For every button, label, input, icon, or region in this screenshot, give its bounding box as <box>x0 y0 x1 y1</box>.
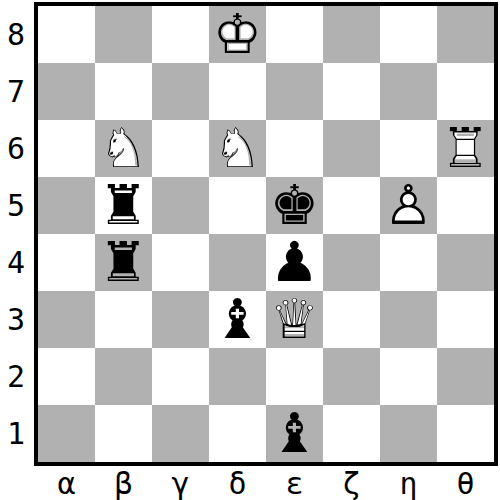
square-b4[interactable]: ♜ <box>95 234 152 291</box>
square-g8[interactable] <box>380 6 437 63</box>
square-d4[interactable] <box>209 234 266 291</box>
white-knight[interactable]: ♞♘ <box>209 120 266 177</box>
piece-outline: ♕ <box>266 291 323 348</box>
square-e4[interactable]: ♟ <box>266 234 323 291</box>
square-c1[interactable] <box>152 405 209 462</box>
white-knight[interactable]: ♞♘ <box>95 120 152 177</box>
square-b7[interactable] <box>95 63 152 120</box>
chess-diagram: 87654321 ♚♔♞♘♞♘♜♖♜♚♟♙♜♟♝♛♕♝ αβγδεζηθ <box>0 0 500 500</box>
square-e7[interactable] <box>266 63 323 120</box>
file-label-a: α <box>38 466 95 500</box>
square-h6[interactable]: ♜♖ <box>437 120 494 177</box>
square-h7[interactable] <box>437 63 494 120</box>
square-a1[interactable] <box>38 405 95 462</box>
file-label-b: β <box>95 466 152 500</box>
black-bishop[interactable]: ♝ <box>266 405 323 462</box>
rank-label-8: 8 <box>0 6 32 63</box>
square-f5[interactable] <box>323 177 380 234</box>
square-f4[interactable] <box>323 234 380 291</box>
piece-glyph: ♚ <box>266 177 323 234</box>
rank-label-5: 5 <box>0 177 32 234</box>
square-c6[interactable] <box>152 120 209 177</box>
square-h8[interactable] <box>437 6 494 63</box>
square-f6[interactable] <box>323 120 380 177</box>
piece-glyph: ♟ <box>266 234 323 291</box>
piece-outline: ♘ <box>209 120 266 177</box>
piece-glyph: ♜ <box>95 177 152 234</box>
white-queen[interactable]: ♛♕ <box>266 291 323 348</box>
piece-glyph: ♜ <box>95 234 152 291</box>
square-c5[interactable] <box>152 177 209 234</box>
black-bishop[interactable]: ♝ <box>209 291 266 348</box>
square-a8[interactable] <box>38 6 95 63</box>
square-a5[interactable] <box>38 177 95 234</box>
square-e2[interactable] <box>266 348 323 405</box>
rank-label-4: 4 <box>0 234 32 291</box>
board: ♚♔♞♘♞♘♜♖♜♚♟♙♜♟♝♛♕♝ <box>34 2 498 466</box>
square-g3[interactable] <box>380 291 437 348</box>
square-b2[interactable] <box>95 348 152 405</box>
square-g5[interactable]: ♟♙ <box>380 177 437 234</box>
rank-label-7: 7 <box>0 63 32 120</box>
piece-outline: ♔ <box>209 6 266 63</box>
file-label-d: δ <box>209 466 266 500</box>
square-c4[interactable] <box>152 234 209 291</box>
square-b8[interactable] <box>95 6 152 63</box>
square-g1[interactable] <box>380 405 437 462</box>
square-f1[interactable] <box>323 405 380 462</box>
square-h1[interactable] <box>437 405 494 462</box>
square-g4[interactable] <box>380 234 437 291</box>
square-b3[interactable] <box>95 291 152 348</box>
piece-glyph: ♝ <box>209 291 266 348</box>
square-d7[interactable] <box>209 63 266 120</box>
square-a4[interactable] <box>38 234 95 291</box>
file-labels: αβγδεζηθ <box>38 466 494 498</box>
square-d3[interactable]: ♝ <box>209 291 266 348</box>
square-c2[interactable] <box>152 348 209 405</box>
square-e8[interactable] <box>266 6 323 63</box>
rank-label-6: 6 <box>0 120 32 177</box>
file-label-g: η <box>380 466 437 500</box>
square-c8[interactable] <box>152 6 209 63</box>
square-b1[interactable] <box>95 405 152 462</box>
square-d8[interactable]: ♚♔ <box>209 6 266 63</box>
square-f8[interactable] <box>323 6 380 63</box>
white-rook[interactable]: ♜♖ <box>437 120 494 177</box>
piece-outline: ♙ <box>380 177 437 234</box>
square-g7[interactable] <box>380 63 437 120</box>
square-a3[interactable] <box>38 291 95 348</box>
white-pawn[interactable]: ♟♙ <box>380 177 437 234</box>
file-label-c: γ <box>152 466 209 500</box>
black-king[interactable]: ♚ <box>266 177 323 234</box>
square-h4[interactable] <box>437 234 494 291</box>
file-label-h: θ <box>437 466 494 500</box>
square-g2[interactable] <box>380 348 437 405</box>
square-h5[interactable] <box>437 177 494 234</box>
square-a6[interactable] <box>38 120 95 177</box>
square-e1[interactable]: ♝ <box>266 405 323 462</box>
square-h2[interactable] <box>437 348 494 405</box>
piece-glyph: ♝ <box>266 405 323 462</box>
square-h3[interactable] <box>437 291 494 348</box>
black-pawn[interactable]: ♟ <box>266 234 323 291</box>
square-c7[interactable] <box>152 63 209 120</box>
square-b6[interactable]: ♞♘ <box>95 120 152 177</box>
square-d6[interactable]: ♞♘ <box>209 120 266 177</box>
piece-outline: ♘ <box>95 120 152 177</box>
file-label-f: ζ <box>323 466 380 500</box>
rank-label-2: 2 <box>0 348 32 405</box>
rank-labels: 87654321 <box>0 6 32 462</box>
square-f3[interactable] <box>323 291 380 348</box>
square-e6[interactable] <box>266 120 323 177</box>
square-d1[interactable] <box>209 405 266 462</box>
rank-label-3: 3 <box>0 291 32 348</box>
piece-outline: ♖ <box>437 120 494 177</box>
square-d5[interactable] <box>209 177 266 234</box>
black-rook[interactable]: ♜ <box>95 234 152 291</box>
square-f7[interactable] <box>323 63 380 120</box>
square-a2[interactable] <box>38 348 95 405</box>
square-d2[interactable] <box>209 348 266 405</box>
square-g6[interactable] <box>380 120 437 177</box>
square-c3[interactable] <box>152 291 209 348</box>
square-f2[interactable] <box>323 348 380 405</box>
white-king[interactable]: ♚♔ <box>209 6 266 63</box>
square-e5[interactable]: ♚ <box>266 177 323 234</box>
file-label-e: ε <box>266 466 323 500</box>
square-b5[interactable]: ♜ <box>95 177 152 234</box>
square-e3[interactable]: ♛♕ <box>266 291 323 348</box>
rank-label-1: 1 <box>0 405 32 462</box>
square-a7[interactable] <box>38 63 95 120</box>
black-rook[interactable]: ♜ <box>95 177 152 234</box>
